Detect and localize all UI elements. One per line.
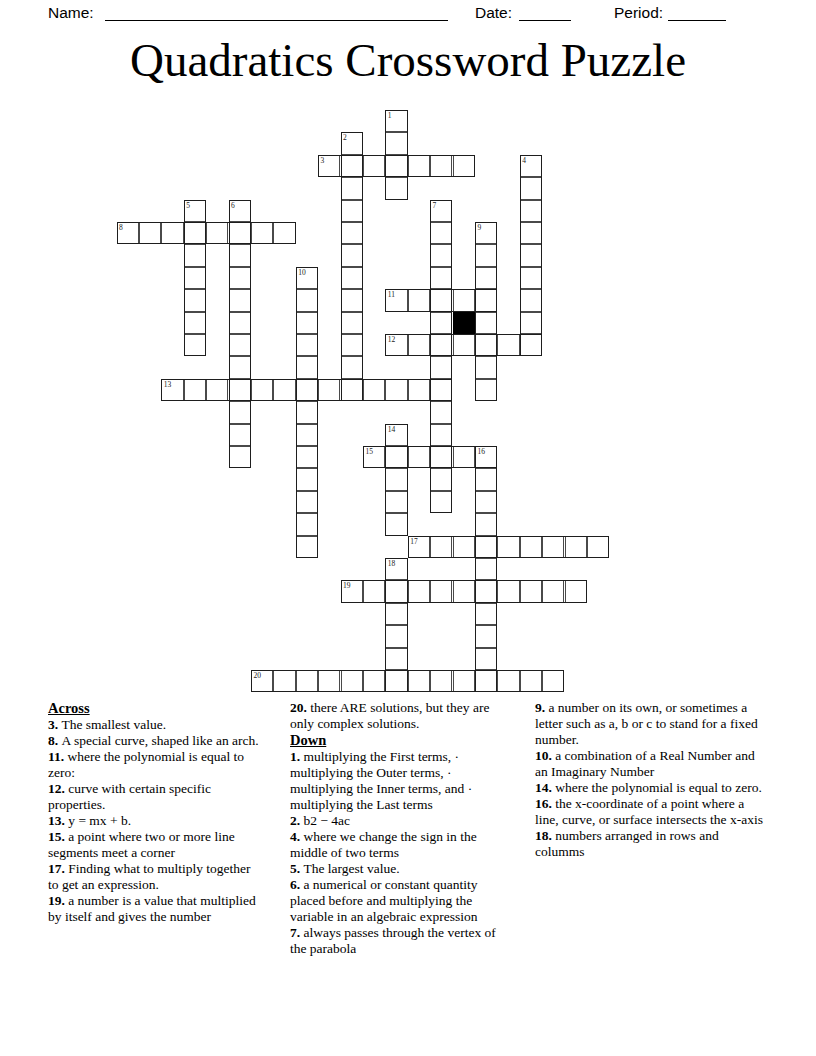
grid-cell[interactable]: [430, 491, 452, 513]
grid-cell[interactable]: [229, 267, 251, 289]
clue-5: 5. The largest value.: [290, 861, 505, 877]
clue-number: 15.: [48, 829, 68, 844]
grid-cell[interactable]: [430, 536, 452, 558]
period-field: [668, 6, 726, 21]
grid-cell[interactable]: [475, 244, 497, 266]
grid-cell[interactable]: [408, 334, 430, 356]
grid-cell[interactable]: [296, 513, 318, 535]
grid-cell[interactable]: [520, 312, 542, 334]
grid-cell[interactable]: [184, 334, 206, 356]
grid-cell[interactable]: [229, 356, 251, 378]
grid-cell[interactable]: [408, 155, 430, 177]
grid-cell[interactable]: [520, 200, 542, 222]
grid-cell[interactable]: [341, 334, 363, 356]
grid-cell[interactable]: [184, 244, 206, 266]
grid-cell[interactable]: [497, 536, 519, 558]
clue-number: 19.: [48, 893, 68, 908]
grid-cell[interactable]: [497, 580, 519, 602]
grid-cell[interactable]: [453, 289, 475, 311]
grid-cell[interactable]: [229, 424, 251, 446]
grid-cell[interactable]: [475, 222, 497, 244]
clue-number: 9.: [535, 700, 549, 715]
grid-cell[interactable]: [251, 222, 273, 244]
grid-cell[interactable]: [385, 424, 407, 446]
grid-cell[interactable]: [229, 244, 251, 266]
grid-cell[interactable]: [184, 222, 206, 244]
grid-cell[interactable]: [475, 536, 497, 558]
grid-cell[interactable]: [296, 356, 318, 378]
grid-cell[interactable]: [296, 267, 318, 289]
grid-cell[interactable]: [385, 625, 407, 647]
clue-number: 1.: [290, 749, 304, 764]
grid-cell[interactable]: [341, 267, 363, 289]
grid-cell[interactable]: [520, 334, 542, 356]
name-label: Name:: [48, 4, 94, 22]
grid-cell[interactable]: [453, 446, 475, 468]
clue-number: 8.: [48, 733, 62, 748]
grid-cell[interactable]: [475, 580, 497, 602]
clue-7: 7. always passes through the vertex of t…: [290, 925, 505, 957]
clue-20: 20. there ARE solutions, but they are on…: [290, 700, 505, 732]
grid-cell[interactable]: [430, 670, 452, 692]
grid-cell[interactable]: [341, 244, 363, 266]
clue-18: 18. numbers arranged in rows and columms: [535, 828, 767, 860]
grid-cell[interactable]: [453, 334, 475, 356]
grid-cell[interactable]: [385, 132, 407, 154]
grid-cell[interactable]: [229, 312, 251, 334]
grid-cell[interactable]: [565, 580, 587, 602]
clue-16: 16. the x-coordinate of a point where a …: [535, 796, 767, 828]
grid-cell[interactable]: [475, 648, 497, 670]
grid-cell[interactable]: [475, 334, 497, 356]
date-field: [519, 6, 571, 21]
grid-cell[interactable]: [430, 289, 452, 311]
grid-cell[interactable]: [475, 446, 497, 468]
grid-cell[interactable]: [363, 670, 385, 692]
grid-cell[interactable]: [341, 670, 363, 692]
clue-number: 11.: [48, 749, 68, 764]
grid-cell[interactable]: [341, 200, 363, 222]
grid-cell[interactable]: [318, 670, 340, 692]
grid-cell[interactable]: [385, 648, 407, 670]
grid-cell[interactable]: [385, 513, 407, 535]
grid-cell[interactable]: [363, 155, 385, 177]
grid-cell[interactable]: [251, 670, 273, 692]
clue-number: 2.: [290, 813, 304, 828]
grid-cell[interactable]: [475, 491, 497, 513]
grid-cell[interactable]: [385, 491, 407, 513]
grid-cell[interactable]: [430, 244, 452, 266]
clue-12: 12. curve with certain specific properti…: [48, 781, 260, 813]
grid-cell[interactable]: [542, 536, 564, 558]
grid-cell[interactable]: [408, 580, 430, 602]
grid-cell[interactable]: [341, 289, 363, 311]
grid-cell[interactable]: [363, 580, 385, 602]
worksheet-page: Name: Date: Period: Quadratics Crossword…: [0, 0, 816, 1056]
grid-cell[interactable]: [296, 312, 318, 334]
clue-number: 3.: [48, 717, 62, 732]
grid-cell[interactable]: [408, 379, 430, 401]
grid-cell[interactable]: [408, 446, 430, 468]
grid-cell[interactable]: [453, 580, 475, 602]
grid-cell[interactable]: [475, 379, 497, 401]
grid-cell[interactable]: [206, 379, 228, 401]
grid-cell[interactable]: [341, 155, 363, 177]
grid-cell[interactable]: [296, 670, 318, 692]
grid-cell[interactable]: [520, 177, 542, 199]
grid-cell[interactable]: [273, 379, 295, 401]
clue-number: 12.: [48, 781, 68, 796]
clue-number: 20.: [290, 700, 310, 715]
clue-number: 7.: [290, 925, 304, 940]
black-cell: [453, 312, 475, 334]
grid-cell[interactable]: [385, 603, 407, 625]
clue-19: 19. a number is a value that multiplied …: [48, 893, 260, 925]
clue-number: 4.: [290, 829, 304, 844]
grid-cell[interactable]: [341, 177, 363, 199]
grid-cell[interactable]: [475, 603, 497, 625]
clue-number: 17.: [48, 861, 68, 876]
grid-cell[interactable]: [385, 446, 407, 468]
clue-section-header-across: Across: [48, 700, 260, 717]
grid-cell[interactable]: [229, 200, 251, 222]
grid-cell[interactable]: [453, 155, 475, 177]
grid-cell[interactable]: [341, 222, 363, 244]
grid-cell[interactable]: [341, 312, 363, 334]
grid-cell[interactable]: [229, 379, 251, 401]
grid-cell[interactable]: [475, 289, 497, 311]
grid-cell[interactable]: [475, 312, 497, 334]
clue-11: 11. where the polynomial is equal to zer…: [48, 749, 260, 781]
grid-cell[interactable]: [408, 289, 430, 311]
grid-cell[interactable]: [430, 468, 452, 490]
grid-cell[interactable]: [385, 580, 407, 602]
grid-cell[interactable]: [475, 558, 497, 580]
name-field: [105, 6, 448, 21]
grid-cell[interactable]: [408, 536, 430, 558]
grid-cell[interactable]: [296, 491, 318, 513]
grid-cell[interactable]: [542, 670, 564, 692]
clue-1: 1. multiplying the First terms, · multip…: [290, 749, 505, 813]
grid-cell[interactable]: [430, 446, 452, 468]
grid-cell[interactable]: [430, 155, 452, 177]
grid-cell[interactable]: [453, 536, 475, 558]
clue-15: 15. a point where two or more line segme…: [48, 829, 260, 861]
grid-cell[interactable]: [385, 177, 407, 199]
grid-cell[interactable]: [475, 468, 497, 490]
grid-cell[interactable]: [475, 670, 497, 692]
clue-number: 14.: [535, 780, 555, 795]
grid-cell[interactable]: [453, 670, 475, 692]
clue-section-header-down: Down: [290, 732, 505, 749]
grid-cell[interactable]: [385, 289, 407, 311]
grid-cell[interactable]: [229, 334, 251, 356]
grid-cell[interactable]: [161, 222, 183, 244]
grid-cell[interactable]: [565, 536, 587, 558]
grid-cell[interactable]: [318, 155, 340, 177]
grid-cell[interactable]: [229, 401, 251, 423]
grid-cell[interactable]: [520, 670, 542, 692]
grid-cell[interactable]: [475, 513, 497, 535]
clue-column-2: 20. there ARE solutions, but they are on…: [290, 700, 505, 957]
clue-number: 10.: [535, 748, 555, 763]
grid-cell[interactable]: [520, 155, 542, 177]
grid-cell[interactable]: [273, 222, 295, 244]
grid-cell[interactable]: [430, 222, 452, 244]
clue-17: 17. Finding what to multiply together to…: [48, 861, 260, 893]
puzzle-title: Quadratics Crossword Puzzle: [0, 33, 816, 87]
clue-3: 3. The smallest value.: [48, 717, 260, 733]
grid-cell[interactable]: [161, 379, 183, 401]
grid-cell[interactable]: [296, 468, 318, 490]
clue-6: 6. a numerical or constant quantity plac…: [290, 877, 505, 925]
grid-cell[interactable]: [385, 155, 407, 177]
grid-cell[interactable]: [475, 356, 497, 378]
grid-cell[interactable]: [430, 379, 452, 401]
clue-column-3: 9. a number on its own, or sometimes a l…: [535, 700, 767, 860]
clue-14: 14. where the polynomial is equal to zer…: [535, 780, 767, 796]
grid-cell[interactable]: [430, 401, 452, 423]
clue-number: 6.: [290, 877, 304, 892]
grid-cell[interactable]: [385, 379, 407, 401]
grid-cell[interactable]: [520, 244, 542, 266]
grid-cell[interactable]: [385, 334, 407, 356]
grid-cell[interactable]: [497, 670, 519, 692]
grid-cell[interactable]: [430, 356, 452, 378]
grid-cell[interactable]: [385, 110, 407, 132]
grid-cell[interactable]: [296, 379, 318, 401]
grid-cell[interactable]: [587, 536, 609, 558]
grid-cell[interactable]: [296, 424, 318, 446]
clue-2: 2. b2 − 4ac: [290, 813, 505, 829]
clue-4: 4. where we change the sign in the middl…: [290, 829, 505, 861]
grid-cell[interactable]: [363, 379, 385, 401]
grid-cell[interactable]: [542, 580, 564, 602]
grid-cell[interactable]: [184, 312, 206, 334]
grid-cell[interactable]: [229, 289, 251, 311]
grid-cell[interactable]: [184, 200, 206, 222]
grid-cell[interactable]: [139, 222, 161, 244]
clue-number: 18.: [535, 828, 555, 843]
grid-cell[interactable]: [341, 356, 363, 378]
grid-cell[interactable]: [184, 267, 206, 289]
grid-cell[interactable]: [430, 334, 452, 356]
grid-cell[interactable]: [520, 222, 542, 244]
grid-cell[interactable]: [296, 536, 318, 558]
grid-cell[interactable]: [251, 379, 273, 401]
grid-cell[interactable]: [341, 379, 363, 401]
grid-cell[interactable]: [430, 312, 452, 334]
grid-cell[interactable]: [475, 625, 497, 647]
grid-cell[interactable]: [296, 401, 318, 423]
clue-10: 10. a combination of a Real Number and a…: [535, 748, 767, 780]
grid-cell[interactable]: [341, 132, 363, 154]
grid-cell[interactable]: [497, 334, 519, 356]
grid-cell[interactable]: [296, 289, 318, 311]
grid-cell[interactable]: [318, 379, 340, 401]
grid-cell[interactable]: [475, 267, 497, 289]
grid-cell[interactable]: [296, 446, 318, 468]
grid-cell[interactable]: [430, 424, 452, 446]
period-label: Period:: [614, 4, 663, 22]
grid-cell[interactable]: [520, 267, 542, 289]
grid-cell[interactable]: [229, 222, 251, 244]
grid-cell[interactable]: [430, 267, 452, 289]
grid-cell[interactable]: [520, 580, 542, 602]
grid-cell[interactable]: [408, 670, 430, 692]
clue-8: 8. A special curve, shaped like an arch.: [48, 733, 260, 749]
clue-column-1: Across3. The smallest value.8. A special…: [48, 700, 260, 925]
clue-9: 9. a number on its own, or sometimes a l…: [535, 700, 767, 748]
grid-cell[interactable]: [341, 580, 363, 602]
crossword-grid: 1234567891011121314151617181920: [117, 110, 610, 693]
grid-cell[interactable]: [430, 580, 452, 602]
clue-number: 5.: [290, 861, 304, 876]
grid-cell[interactable]: [430, 200, 452, 222]
clue-13: 13. y = mx + b.: [48, 813, 260, 829]
grid-cell[interactable]: [385, 670, 407, 692]
clue-number: 16.: [535, 796, 555, 811]
grid-cell[interactable]: [296, 334, 318, 356]
grid-cell[interactable]: [117, 222, 139, 244]
grid-cell[interactable]: [273, 670, 295, 692]
grid-cell[interactable]: [363, 446, 385, 468]
grid-cell[interactable]: [184, 379, 206, 401]
grid-cell[interactable]: [520, 536, 542, 558]
grid-cell[interactable]: [206, 222, 228, 244]
date-label: Date:: [475, 4, 512, 22]
grid-cell[interactable]: [520, 289, 542, 311]
grid-cell[interactable]: [385, 468, 407, 490]
grid-cell[interactable]: [385, 558, 407, 580]
clue-number: 13.: [48, 813, 68, 828]
grid-cell[interactable]: [229, 446, 251, 468]
grid-cell[interactable]: [184, 289, 206, 311]
